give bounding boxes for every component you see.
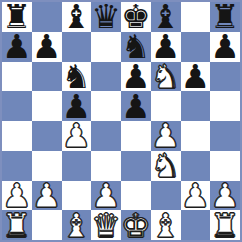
square-h2[interactable]: ♟ xyxy=(210,181,240,211)
square-h5[interactable] xyxy=(210,91,240,121)
square-c4[interactable]: ♟ xyxy=(62,121,92,151)
square-a4[interactable] xyxy=(2,121,32,151)
square-b6[interactable] xyxy=(32,62,62,92)
square-b3[interactable] xyxy=(32,151,62,181)
square-d1[interactable]: ♛ xyxy=(91,210,121,240)
square-a5[interactable] xyxy=(2,91,32,121)
square-c2[interactable] xyxy=(62,181,92,211)
square-c1[interactable]: ♝ xyxy=(62,210,92,240)
piece-black-pawn[interactable]: ♟ xyxy=(121,91,151,121)
square-h8[interactable]: ♜ xyxy=(210,2,240,32)
piece-white-pawn[interactable]: ♟ xyxy=(62,121,92,151)
square-a2[interactable]: ♟ xyxy=(2,181,32,211)
square-a6[interactable] xyxy=(2,62,32,92)
piece-white-bishop[interactable]: ♝ xyxy=(151,210,181,240)
square-d7[interactable] xyxy=(91,32,121,62)
piece-white-knight[interactable]: ♞ xyxy=(151,151,181,181)
square-b7[interactable]: ♟ xyxy=(32,32,62,62)
piece-black-pawn[interactable]: ♟ xyxy=(151,32,181,62)
piece-white-rook[interactable]: ♜ xyxy=(210,210,240,240)
piece-black-pawn[interactable]: ♟ xyxy=(121,62,151,92)
square-c3[interactable] xyxy=(62,151,92,181)
square-g3[interactable] xyxy=(181,151,211,181)
square-d6[interactable] xyxy=(91,62,121,92)
square-c8[interactable]: ♝ xyxy=(62,2,92,32)
square-f8[interactable]: ♝ xyxy=(151,2,181,32)
square-e8[interactable]: ♚ xyxy=(121,2,151,32)
square-e6[interactable]: ♟ xyxy=(121,62,151,92)
square-g5[interactable] xyxy=(181,91,211,121)
square-e2[interactable] xyxy=(121,181,151,211)
piece-black-bishop[interactable]: ♝ xyxy=(151,2,181,32)
piece-black-pawn[interactable]: ♟ xyxy=(181,62,211,92)
piece-black-rook[interactable]: ♜ xyxy=(2,2,32,32)
square-f2[interactable] xyxy=(151,181,181,211)
square-h4[interactable] xyxy=(210,121,240,151)
piece-black-knight[interactable]: ♞ xyxy=(62,62,92,92)
piece-white-rook[interactable]: ♜ xyxy=(2,210,32,240)
square-a1[interactable]: ♜ xyxy=(2,210,32,240)
square-a7[interactable]: ♟ xyxy=(2,32,32,62)
square-g1[interactable] xyxy=(181,210,211,240)
square-g4[interactable] xyxy=(181,121,211,151)
square-a8[interactable]: ♜ xyxy=(2,2,32,32)
square-e7[interactable]: ♞ xyxy=(121,32,151,62)
piece-black-pawn[interactable]: ♟ xyxy=(2,32,32,62)
square-b2[interactable]: ♟ xyxy=(32,181,62,211)
square-d8[interactable]: ♛ xyxy=(91,2,121,32)
square-h6[interactable] xyxy=(210,62,240,92)
square-c6[interactable]: ♞ xyxy=(62,62,92,92)
piece-white-pawn[interactable]: ♟ xyxy=(2,181,32,211)
square-d3[interactable] xyxy=(91,151,121,181)
square-c7[interactable] xyxy=(62,32,92,62)
piece-white-pawn[interactable]: ♟ xyxy=(91,181,121,211)
square-d2[interactable]: ♟ xyxy=(91,181,121,211)
square-a3[interactable] xyxy=(2,151,32,181)
piece-black-king[interactable]: ♚ xyxy=(121,2,151,32)
piece-white-knight[interactable]: ♞ xyxy=(151,62,181,92)
piece-black-pawn[interactable]: ♟ xyxy=(62,91,92,121)
square-h3[interactable] xyxy=(210,151,240,181)
piece-white-pawn[interactable]: ♟ xyxy=(32,181,62,211)
square-f7[interactable]: ♟ xyxy=(151,32,181,62)
square-f4[interactable]: ♟ xyxy=(151,121,181,151)
piece-white-pawn[interactable]: ♟ xyxy=(151,121,181,151)
square-b4[interactable] xyxy=(32,121,62,151)
square-f1[interactable]: ♝ xyxy=(151,210,181,240)
square-f3[interactable]: ♞ xyxy=(151,151,181,181)
square-g2[interactable]: ♟ xyxy=(181,181,211,211)
piece-white-pawn[interactable]: ♟ xyxy=(181,181,211,211)
piece-black-rook[interactable]: ♜ xyxy=(210,2,240,32)
square-h1[interactable]: ♜ xyxy=(210,210,240,240)
piece-white-pawn[interactable]: ♟ xyxy=(210,181,240,211)
chess-board: ♜♝♛♚♝♜♟♟♞♟♟♞♟♞♟♟♟♟♟♞♟♟♟♟♟♜♝♛♚♝♜ xyxy=(0,0,242,242)
square-f6[interactable]: ♞ xyxy=(151,62,181,92)
square-g7[interactable] xyxy=(181,32,211,62)
piece-black-bishop[interactable]: ♝ xyxy=(62,2,92,32)
piece-white-king[interactable]: ♚ xyxy=(121,210,151,240)
square-e4[interactable] xyxy=(121,121,151,151)
piece-black-pawn[interactable]: ♟ xyxy=(210,32,240,62)
square-e1[interactable]: ♚ xyxy=(121,210,151,240)
square-b8[interactable] xyxy=(32,2,62,32)
square-b1[interactable] xyxy=(32,210,62,240)
piece-black-pawn[interactable]: ♟ xyxy=(32,32,62,62)
piece-white-queen[interactable]: ♛ xyxy=(91,210,121,240)
square-d4[interactable] xyxy=(91,121,121,151)
piece-white-bishop[interactable]: ♝ xyxy=(62,210,92,240)
square-h7[interactable]: ♟ xyxy=(210,32,240,62)
square-g8[interactable] xyxy=(181,2,211,32)
piece-black-queen[interactable]: ♛ xyxy=(91,2,121,32)
square-d5[interactable] xyxy=(91,91,121,121)
square-e3[interactable] xyxy=(121,151,151,181)
square-c5[interactable]: ♟ xyxy=(62,91,92,121)
piece-black-knight[interactable]: ♞ xyxy=(121,32,151,62)
square-b5[interactable] xyxy=(32,91,62,121)
square-e5[interactable]: ♟ xyxy=(121,91,151,121)
square-f5[interactable] xyxy=(151,91,181,121)
square-g6[interactable]: ♟ xyxy=(181,62,211,92)
